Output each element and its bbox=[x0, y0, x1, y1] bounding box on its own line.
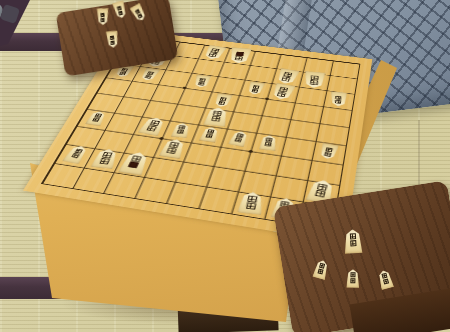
piece-kanji-mark bbox=[92, 118, 100, 122]
piece-8c-pawn-gote bbox=[139, 67, 161, 81]
piece-kanji-mark bbox=[236, 52, 244, 56]
piece-6g-gold-sente bbox=[158, 138, 187, 159]
piece-4c-pawn-gote bbox=[246, 81, 265, 95]
piece-kanji-mark bbox=[350, 272, 355, 277]
piece-3c-gold-gote bbox=[270, 83, 296, 101]
piece-5d-pawn-gote bbox=[213, 93, 233, 108]
piece-kanji-mark bbox=[235, 56, 243, 60]
piece-1c-lance-gote bbox=[330, 91, 348, 107]
piece-kanji-mark bbox=[98, 158, 109, 164]
hoshi-dot bbox=[248, 150, 253, 153]
piece-kanji-mark bbox=[336, 96, 342, 100]
piece-kanji-mark bbox=[317, 269, 323, 275]
piece-9h-lance-sente bbox=[61, 144, 89, 164]
piece-kanji-mark bbox=[253, 85, 260, 89]
piece-kanji-mark bbox=[246, 203, 256, 210]
piece-2b-bishop-gote bbox=[303, 71, 325, 89]
hand-piece-pawn bbox=[97, 8, 109, 25]
shogi-photo-scene bbox=[0, 0, 450, 332]
piece-kanji-mark bbox=[280, 87, 289, 92]
piece-kanji-mark bbox=[167, 148, 177, 154]
piece-kanji-mark bbox=[284, 72, 293, 77]
piece-3f-pawn-sente bbox=[259, 135, 278, 152]
piece-kanji-mark bbox=[383, 279, 389, 285]
hoshi-dot bbox=[265, 98, 270, 101]
hoshi-dot bbox=[183, 87, 188, 90]
piece-kanji-mark bbox=[278, 91, 287, 97]
piece-kanji-mark bbox=[147, 71, 154, 75]
piece-kanji-mark bbox=[220, 97, 227, 101]
hand-piece-pawn bbox=[130, 3, 148, 23]
hand-piece-pawn bbox=[106, 31, 119, 49]
hand-piece-pawn bbox=[377, 269, 394, 290]
hand-piece-rook bbox=[344, 229, 363, 254]
piece-4f-pawn-sente bbox=[228, 130, 250, 147]
piece-kanji-mark bbox=[211, 116, 220, 122]
piece-5e-bishop-sente bbox=[203, 107, 229, 127]
piece-kanji-mark bbox=[325, 152, 332, 157]
piece-kanji-mark bbox=[350, 241, 356, 247]
piece-kanji-mark bbox=[70, 153, 79, 158]
piece-6c-pawn-gote bbox=[193, 74, 212, 88]
piece-kanji-mark bbox=[265, 142, 272, 146]
piece-kanji-mark bbox=[211, 48, 220, 53]
piece-5f-pawn-sente bbox=[199, 126, 220, 143]
piece-7h-king-sente bbox=[118, 151, 152, 176]
piece-kanji-mark bbox=[119, 71, 126, 75]
hand-piece-pawn bbox=[312, 259, 329, 280]
piece-kanji-mark bbox=[336, 100, 342, 104]
piece-9f-pawn-sente bbox=[85, 110, 108, 126]
piece-kanji-mark bbox=[205, 134, 212, 139]
piece-kanji-mark bbox=[101, 13, 105, 17]
piece-kanji-mark bbox=[177, 130, 184, 134]
piece-6f-pawn-sente bbox=[170, 122, 191, 138]
hand-piece-pawn bbox=[112, 0, 128, 19]
piece-kanji-mark bbox=[234, 138, 242, 143]
piece-kanji-mark bbox=[310, 80, 318, 85]
piece-7f-silver-sente bbox=[137, 116, 167, 136]
piece-kanji-mark bbox=[128, 161, 139, 168]
piece-kanji-mark bbox=[121, 68, 128, 72]
piece-kanji-mark bbox=[350, 278, 355, 283]
piece-kanji-mark bbox=[101, 18, 105, 22]
piece-kanji-mark bbox=[350, 234, 356, 240]
piece-kanji-mark bbox=[199, 78, 206, 82]
piece-kanji-mark bbox=[111, 41, 115, 45]
piece-kanji-mark bbox=[118, 11, 123, 16]
piece-3i-silver-sente bbox=[237, 191, 265, 215]
piece-8h-gold-sente bbox=[90, 148, 120, 169]
piece-kanji-mark bbox=[198, 82, 205, 86]
piece-kanji-mark bbox=[146, 125, 156, 131]
piece-kanji-mark bbox=[218, 101, 225, 105]
piece-kanji-mark bbox=[316, 190, 327, 198]
hand-piece-pawn bbox=[346, 269, 359, 288]
piece-1f-pawn-gote bbox=[318, 143, 339, 161]
piece-5a-king-gote bbox=[228, 47, 252, 64]
piece-kanji-mark bbox=[138, 13, 143, 18]
piece-6a-gold-gote bbox=[202, 44, 227, 60]
piece-kanji-mark bbox=[311, 76, 319, 81]
piece-kanji-mark bbox=[252, 89, 259, 93]
piece-kanji-mark bbox=[110, 36, 114, 40]
board-pedestal bbox=[177, 296, 278, 332]
hoshi-dot bbox=[159, 137, 164, 140]
piece-3b-silver-gote bbox=[275, 68, 300, 85]
piece-kanji-mark bbox=[144, 75, 151, 79]
